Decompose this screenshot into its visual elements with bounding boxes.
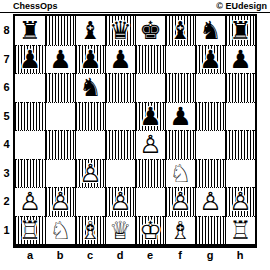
file-label-e: e bbox=[135, 248, 165, 262]
piece-white-pawn[interactable]: ♟ bbox=[15, 188, 45, 216]
square-f3[interactable]: ♞♘ bbox=[165, 159, 195, 188]
piece-black-rook[interactable]: ♜ bbox=[226, 16, 255, 45]
rank-label-5: 5 bbox=[0, 102, 13, 131]
square-a8[interactable]: ♜ bbox=[15, 16, 45, 45]
square-e7[interactable] bbox=[135, 45, 165, 74]
rank-label-1: 1 bbox=[0, 216, 13, 245]
file-label-a: a bbox=[15, 248, 45, 262]
piece-black-pawn[interactable]: ♟ bbox=[106, 46, 135, 74]
copyright-credit: © EUdesign bbox=[216, 0, 267, 12]
app-title: ChessOps bbox=[13, 0, 58, 12]
title-bar: ChessOps © EUdesign bbox=[0, 0, 270, 13]
piece-white-queen[interactable]: ♕ bbox=[106, 217, 135, 245]
square-h5[interactable] bbox=[225, 102, 255, 131]
piece-black-pawn[interactable]: ♟ bbox=[196, 46, 225, 74]
piece-black-pawn[interactable]: ♟ bbox=[76, 46, 105, 74]
square-f5[interactable]: ♟ bbox=[165, 102, 195, 131]
square-b6[interactable] bbox=[45, 73, 75, 102]
square-f7[interactable] bbox=[165, 45, 195, 74]
piece-white-knight[interactable]: ♘ bbox=[166, 160, 195, 188]
square-g6[interactable] bbox=[195, 73, 225, 102]
square-g8[interactable]: ♞ bbox=[195, 16, 225, 45]
square-a1[interactable]: ♜♖ bbox=[15, 216, 45, 245]
piece-black-pawn[interactable]: ♟ bbox=[46, 46, 75, 74]
square-d3[interactable] bbox=[105, 159, 135, 188]
piece-white-bishop[interactable]: ♝ bbox=[166, 217, 195, 245]
piece-white-pawn[interactable]: ♟ bbox=[226, 188, 255, 216]
square-e5[interactable]: ♟ bbox=[135, 102, 165, 131]
square-c3[interactable]: ♟♙ bbox=[75, 159, 105, 188]
square-e8[interactable]: ♚ bbox=[135, 16, 165, 45]
rank-label-2: 2 bbox=[0, 187, 13, 216]
piece-white-knight[interactable]: ♞ bbox=[46, 217, 75, 245]
square-a3[interactable] bbox=[15, 159, 45, 188]
square-a2[interactable]: ♟♙ bbox=[15, 187, 45, 216]
square-h8[interactable]: ♜ bbox=[225, 16, 255, 45]
square-g7[interactable]: ♟ bbox=[195, 45, 225, 74]
chess-board: ♜♝♛♚♝♞♜♟♟♟♟♟♟♞♟♟♟♙♟♙♞♘♟♙♟♙♟♙♟♙♟♙♟♙♜♖♞♘♝♗… bbox=[13, 14, 257, 248]
square-g5[interactable] bbox=[195, 102, 225, 131]
piece-white-pawn[interactable]: ♟ bbox=[76, 160, 105, 188]
square-e3[interactable] bbox=[135, 159, 165, 188]
piece-white-pawn[interactable]: ♙ bbox=[46, 188, 75, 216]
square-c8[interactable]: ♝ bbox=[75, 16, 105, 45]
rank-labels: 8 7 6 5 4 3 2 1 bbox=[0, 14, 13, 248]
piece-white-queen[interactable]: ♛ bbox=[106, 217, 135, 245]
file-label-c: c bbox=[75, 248, 105, 262]
square-e4[interactable]: ♟♙ bbox=[135, 130, 165, 159]
piece-black-knight[interactable]: ♞ bbox=[196, 16, 225, 45]
square-h1[interactable]: ♜♖ bbox=[225, 216, 255, 245]
square-a7[interactable]: ♟ bbox=[15, 45, 45, 74]
square-h7[interactable]: ♟ bbox=[225, 45, 255, 74]
piece-white-rook[interactable]: ♖ bbox=[226, 217, 255, 245]
piece-white-rook[interactable]: ♜ bbox=[15, 217, 45, 245]
square-a5[interactable] bbox=[15, 102, 45, 131]
square-h3[interactable] bbox=[225, 159, 255, 188]
square-b4[interactable] bbox=[45, 130, 75, 159]
square-h2[interactable]: ♟♙ bbox=[225, 187, 255, 216]
file-label-d: d bbox=[105, 248, 135, 262]
piece-white-pawn[interactable]: ♙ bbox=[136, 131, 165, 159]
file-label-h: h bbox=[225, 248, 255, 262]
file-labels: a b c d e f g h bbox=[0, 248, 270, 262]
piece-black-king[interactable]: ♚ bbox=[136, 16, 165, 45]
square-c2[interactable] bbox=[75, 187, 105, 216]
piece-black-pawn[interactable]: ♟ bbox=[166, 103, 195, 131]
piece-white-rook[interactable]: ♖ bbox=[15, 217, 45, 245]
piece-black-pawn[interactable]: ♟ bbox=[226, 46, 255, 74]
file-label-b: b bbox=[45, 248, 75, 262]
square-f6[interactable] bbox=[165, 73, 195, 102]
piece-white-pawn[interactable]: ♙ bbox=[15, 188, 45, 216]
piece-white-pawn[interactable]: ♟ bbox=[106, 188, 135, 216]
square-f4[interactable] bbox=[165, 130, 195, 159]
piece-black-pawn[interactable]: ♟ bbox=[136, 103, 165, 131]
file-label-g: g bbox=[195, 248, 225, 262]
rank-label-6: 6 bbox=[0, 73, 13, 102]
square-b7[interactable]: ♟ bbox=[45, 45, 75, 74]
square-b1[interactable]: ♞♘ bbox=[45, 216, 75, 245]
square-d4[interactable] bbox=[105, 130, 135, 159]
piece-black-queen[interactable]: ♛ bbox=[106, 16, 135, 45]
piece-black-pawn[interactable]: ♟ bbox=[15, 46, 45, 74]
square-c1[interactable]: ♝♗ bbox=[75, 216, 105, 245]
square-f1[interactable]: ♝♗ bbox=[165, 216, 195, 245]
square-b2[interactable]: ♟♙ bbox=[45, 187, 75, 216]
square-g2[interactable]: ♟♙ bbox=[195, 187, 225, 216]
square-g1[interactable] bbox=[195, 216, 225, 245]
square-b3[interactable] bbox=[45, 159, 75, 188]
piece-black-rook[interactable]: ♜ bbox=[15, 16, 45, 45]
square-d7[interactable]: ♟ bbox=[105, 45, 135, 74]
piece-white-pawn[interactable]: ♟ bbox=[46, 188, 75, 216]
square-e2[interactable] bbox=[135, 187, 165, 216]
square-d2[interactable]: ♟♙ bbox=[105, 187, 135, 216]
file-label-f: f bbox=[165, 248, 195, 262]
square-c6[interactable]: ♞ bbox=[75, 73, 105, 102]
square-d1[interactable]: ♛♕ bbox=[105, 216, 135, 245]
square-b8[interactable] bbox=[45, 16, 75, 45]
piece-white-pawn[interactable]: ♙ bbox=[226, 188, 255, 216]
square-f8[interactable]: ♝ bbox=[165, 16, 195, 45]
piece-white-bishop[interactable]: ♗ bbox=[166, 217, 195, 245]
square-h6[interactable] bbox=[225, 73, 255, 102]
rank-label-3: 3 bbox=[0, 159, 13, 188]
board-area: 8 7 6 5 4 3 2 1 ♜♝♛♚♝♞♜♟♟♟♟♟♟♞♟♟♟♙♟♙♞♘♟♙… bbox=[0, 14, 270, 248]
piece-black-knight[interactable]: ♞ bbox=[76, 74, 105, 102]
square-f2[interactable]: ♟♙ bbox=[165, 187, 195, 216]
square-d5[interactable] bbox=[105, 102, 135, 131]
square-a6[interactable] bbox=[15, 73, 45, 102]
square-a4[interactable] bbox=[15, 130, 45, 159]
piece-white-pawn[interactable]: ♟ bbox=[196, 188, 225, 216]
piece-white-pawn[interactable]: ♟ bbox=[166, 188, 195, 216]
piece-black-bishop[interactable]: ♝ bbox=[76, 16, 105, 45]
piece-white-bishop[interactable]: ♗ bbox=[76, 217, 105, 245]
square-g3[interactable] bbox=[195, 159, 225, 188]
piece-white-king[interactable]: ♔ bbox=[136, 217, 165, 245]
piece-white-pawn[interactable]: ♙ bbox=[76, 160, 105, 188]
piece-white-rook[interactable]: ♜ bbox=[226, 217, 255, 245]
square-b5[interactable] bbox=[45, 102, 75, 131]
piece-white-king[interactable]: ♚ bbox=[136, 217, 165, 245]
piece-white-knight[interactable]: ♞ bbox=[166, 160, 195, 188]
square-d8[interactable]: ♛ bbox=[105, 16, 135, 45]
piece-white-knight[interactable]: ♘ bbox=[46, 217, 75, 245]
rank-label-8: 8 bbox=[0, 16, 13, 45]
piece-black-bishop[interactable]: ♝ bbox=[166, 16, 195, 45]
square-d6[interactable] bbox=[105, 73, 135, 102]
square-h4[interactable] bbox=[225, 130, 255, 159]
rank-label-4: 4 bbox=[0, 130, 13, 159]
square-c7[interactable]: ♟ bbox=[75, 45, 105, 74]
piece-white-pawn[interactable]: ♙ bbox=[196, 188, 225, 216]
square-g4[interactable] bbox=[195, 130, 225, 159]
square-c4[interactable] bbox=[75, 130, 105, 159]
piece-white-pawn[interactable]: ♟ bbox=[136, 131, 165, 159]
rank-label-7: 7 bbox=[0, 45, 13, 74]
piece-white-pawn[interactable]: ♙ bbox=[166, 188, 195, 216]
piece-white-bishop[interactable]: ♝ bbox=[76, 217, 105, 245]
square-e6[interactable] bbox=[135, 73, 165, 102]
square-c5[interactable] bbox=[75, 102, 105, 131]
piece-white-pawn[interactable]: ♙ bbox=[106, 188, 135, 216]
square-e1[interactable]: ♚♔ bbox=[135, 216, 165, 245]
